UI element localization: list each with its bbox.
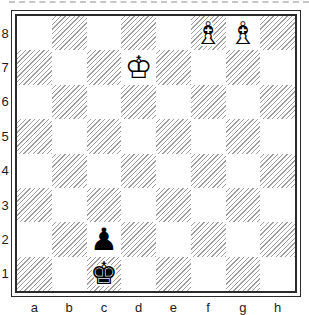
square-c2 <box>87 222 122 256</box>
square-c6 <box>87 85 122 119</box>
square-e6 <box>156 85 191 119</box>
square-d5 <box>121 119 156 153</box>
square-c4 <box>87 154 122 188</box>
square-e7 <box>156 50 191 84</box>
rank-label-6: 6 <box>0 85 10 119</box>
rank-label-2: 2 <box>0 222 10 256</box>
square-d8 <box>121 16 156 50</box>
rank-label-8: 8 <box>0 16 10 50</box>
file-label-a: a <box>17 300 52 314</box>
square-e3 <box>156 188 191 222</box>
square-f3 <box>191 188 226 222</box>
square-g8 <box>226 16 261 50</box>
square-d6 <box>121 85 156 119</box>
square-f8 <box>191 16 226 50</box>
square-b3 <box>52 188 87 222</box>
square-d3 <box>121 188 156 222</box>
board: ♝♗♝♗♚♔♟♟♚♚ <box>17 16 295 291</box>
square-b2 <box>52 222 87 256</box>
square-a8 <box>17 16 52 50</box>
square-g7 <box>226 50 261 84</box>
square-g4 <box>226 154 261 188</box>
square-d4 <box>121 154 156 188</box>
square-d1 <box>121 257 156 291</box>
square-f4 <box>191 154 226 188</box>
square-b4 <box>52 154 87 188</box>
file-label-f: f <box>191 300 226 314</box>
chess-diagram: ♝♗♝♗♚♔♟♟♚♚ 87654321abcdefgh <box>0 0 309 315</box>
square-d7 <box>121 50 156 84</box>
square-h1 <box>260 257 295 291</box>
square-f7 <box>191 50 226 84</box>
square-b7 <box>52 50 87 84</box>
file-label-e: e <box>156 300 191 314</box>
square-g5 <box>226 119 261 153</box>
square-b6 <box>52 85 87 119</box>
rank-label-7: 7 <box>0 50 10 84</box>
rank-label-1: 1 <box>0 257 10 291</box>
rank-label-5: 5 <box>0 119 10 153</box>
board-inner-border: ♝♗♝♗♚♔♟♟♚♚ <box>15 14 297 293</box>
square-h7 <box>260 50 295 84</box>
square-c8 <box>87 16 122 50</box>
square-e4 <box>156 154 191 188</box>
square-g6 <box>226 85 261 119</box>
square-c5 <box>87 119 122 153</box>
square-a6 <box>17 85 52 119</box>
square-h3 <box>260 188 295 222</box>
square-d2 <box>121 222 156 256</box>
top-dashed-border <box>9 1 309 3</box>
square-a5 <box>17 119 52 153</box>
square-a3 <box>17 188 52 222</box>
square-h6 <box>260 85 295 119</box>
square-b1 <box>52 257 87 291</box>
square-e1 <box>156 257 191 291</box>
file-label-d: d <box>121 300 156 314</box>
square-h2 <box>260 222 295 256</box>
file-label-c: c <box>87 300 122 314</box>
square-g2 <box>226 222 261 256</box>
file-label-h: h <box>260 300 295 314</box>
square-h5 <box>260 119 295 153</box>
square-a7 <box>17 50 52 84</box>
square-h4 <box>260 154 295 188</box>
square-a4 <box>17 154 52 188</box>
square-g3 <box>226 188 261 222</box>
file-label-g: g <box>226 300 261 314</box>
square-g1 <box>226 257 261 291</box>
board-frame: ♝♗♝♗♚♔♟♟♚♚ <box>11 10 301 297</box>
square-e2 <box>156 222 191 256</box>
square-e5 <box>156 119 191 153</box>
square-e8 <box>156 16 191 50</box>
rank-label-4: 4 <box>0 154 10 188</box>
square-c3 <box>87 188 122 222</box>
square-b8 <box>52 16 87 50</box>
square-a1 <box>17 257 52 291</box>
square-c7 <box>87 50 122 84</box>
square-c1 <box>87 257 122 291</box>
square-f6 <box>191 85 226 119</box>
square-h8 <box>260 16 295 50</box>
square-f2 <box>191 222 226 256</box>
rank-label-3: 3 <box>0 188 10 222</box>
square-f5 <box>191 119 226 153</box>
square-a2 <box>17 222 52 256</box>
file-label-b: b <box>52 300 87 314</box>
square-b5 <box>52 119 87 153</box>
square-f1 <box>191 257 226 291</box>
